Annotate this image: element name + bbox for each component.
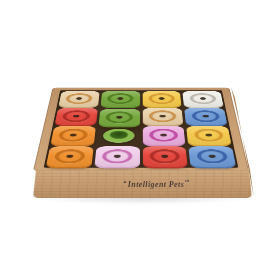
finger-hole-ring bbox=[58, 129, 89, 142]
finger-hole-ring bbox=[62, 110, 91, 122]
finger-hole-ring bbox=[107, 93, 134, 104]
finger-hole bbox=[161, 155, 168, 158]
puzzle-block-pink-r3c3[interactable] bbox=[142, 126, 185, 145]
finger-hole-ring bbox=[191, 110, 220, 122]
puzzle-block-green-r2c2[interactable] bbox=[98, 109, 139, 126]
puzzle-block-lavender-r4c2[interactable] bbox=[94, 146, 139, 167]
puzzle-block-yellow-r3c4[interactable] bbox=[186, 126, 231, 145]
finger-hole bbox=[114, 155, 121, 158]
puzzle-block-tan-r1c1[interactable] bbox=[58, 91, 99, 107]
treat-cup-hole bbox=[110, 132, 127, 139]
trademark-symbol: ™ bbox=[184, 179, 189, 184]
finger-hole bbox=[67, 155, 74, 158]
puzzle-pit bbox=[44, 90, 239, 167]
puzzle-block-yellow-r1c3[interactable] bbox=[142, 91, 181, 107]
board-scene bbox=[33, 0, 249, 171]
puzzle-block-red-r2c1[interactable] bbox=[55, 108, 98, 125]
open-compartment-r3c2 bbox=[96, 126, 139, 145]
finger-hole-ring bbox=[193, 129, 224, 142]
treat-cup bbox=[102, 129, 134, 143]
finger-hole bbox=[202, 115, 209, 118]
puzzle-block-tan-r2c3[interactable] bbox=[142, 108, 183, 125]
finger-hole-ring bbox=[149, 129, 178, 142]
finger-hole bbox=[117, 97, 123, 99]
finger-hole-ring bbox=[54, 149, 86, 163]
finger-hole bbox=[208, 155, 215, 158]
puzzle-block-orange-r3c1[interactable] bbox=[50, 126, 95, 145]
finger-hole bbox=[73, 115, 80, 118]
board-front-edge: *Intelligent Pets™ bbox=[33, 170, 252, 198]
finger-hole-ring bbox=[149, 149, 180, 163]
product-photo: *Intelligent Pets™ bbox=[0, 0, 280, 280]
puzzle-block-red-r4c3[interactable] bbox=[142, 146, 187, 167]
brand-name: Intelligent Pets bbox=[128, 180, 184, 189]
puzzle-block-green-r1c2[interactable] bbox=[100, 91, 139, 107]
finger-hole-ring bbox=[65, 93, 93, 104]
finger-hole bbox=[205, 134, 212, 137]
finger-hole bbox=[159, 97, 165, 99]
puzzle-block-blue-r4c4[interactable] bbox=[189, 146, 237, 167]
puzzle-block-orange-r4c1[interactable] bbox=[46, 146, 94, 167]
brand-text: *Intelligent Pets™ bbox=[123, 179, 189, 189]
finger-hole bbox=[159, 115, 165, 118]
puzzle-block-white-r1c4[interactable] bbox=[183, 91, 224, 107]
finger-hole-ring bbox=[196, 149, 228, 163]
finger-hole-ring bbox=[105, 111, 133, 123]
finger-hole-ring bbox=[148, 93, 175, 104]
puzzle-board bbox=[33, 88, 249, 171]
finger-hole bbox=[199, 97, 205, 99]
finger-hole bbox=[76, 97, 82, 99]
finger-hole bbox=[70, 134, 77, 137]
finger-hole-ring bbox=[149, 110, 177, 122]
finger-hole-ring bbox=[102, 149, 133, 163]
puzzle-block-blue-r2c4[interactable] bbox=[184, 108, 227, 125]
finger-hole bbox=[116, 116, 122, 119]
finger-hole bbox=[160, 134, 167, 137]
finger-hole-ring bbox=[189, 93, 217, 104]
brand-logo-mark: * bbox=[123, 180, 126, 186]
